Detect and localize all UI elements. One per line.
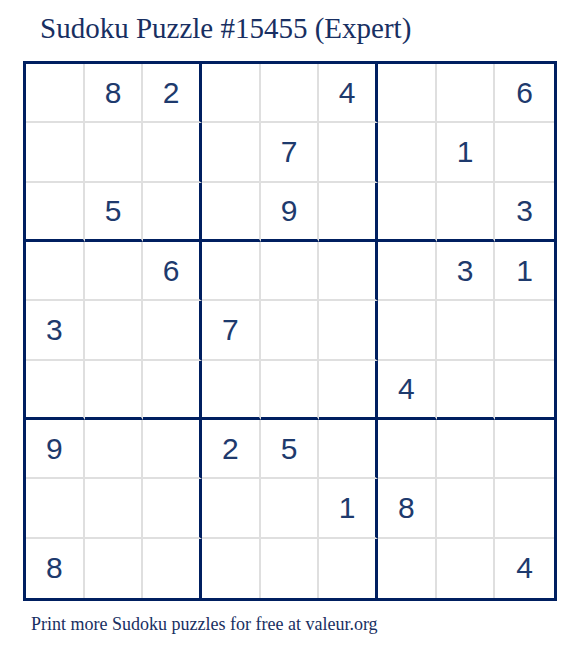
sudoku-cell-r8c2[interactable] xyxy=(85,479,144,538)
sudoku-cell-r9c8[interactable] xyxy=(437,539,496,598)
sudoku-cell-r2c2[interactable] xyxy=(85,123,144,182)
sudoku-cell-r2c6[interactable] xyxy=(319,123,378,182)
sudoku-cell-r2c8[interactable]: 1 xyxy=(437,123,496,182)
sudoku-cell-r8c6[interactable]: 1 xyxy=(319,479,378,538)
sudoku-cell-r1c4[interactable] xyxy=(202,64,261,123)
sudoku-cell-r6c5[interactable] xyxy=(261,361,320,420)
sudoku-cell-r9c3[interactable] xyxy=(143,539,202,598)
sudoku-cell-r7c2[interactable] xyxy=(85,420,144,479)
sudoku-cell-r2c7[interactable] xyxy=(378,123,437,182)
sudoku-cell-r9c9[interactable]: 4 xyxy=(495,539,554,598)
sudoku-cell-r6c2[interactable] xyxy=(85,361,144,420)
sudoku-cell-r4c7[interactable] xyxy=(378,242,437,301)
sudoku-cell-r1c2[interactable]: 8 xyxy=(85,64,144,123)
sudoku-cell-r5c9[interactable] xyxy=(495,301,554,360)
sudoku-cell-r3c6[interactable] xyxy=(319,183,378,242)
sudoku-cell-r3c9[interactable]: 3 xyxy=(495,183,554,242)
sudoku-board: 8246715936313749251884 xyxy=(23,61,557,601)
footer-text: Print more Sudoku puzzles for free at va… xyxy=(31,614,378,635)
sudoku-cell-r2c9[interactable] xyxy=(495,123,554,182)
sudoku-cell-r1c8[interactable] xyxy=(437,64,496,123)
sudoku-cell-r5c5[interactable] xyxy=(261,301,320,360)
sudoku-cell-r5c7[interactable] xyxy=(378,301,437,360)
sudoku-cell-r6c6[interactable] xyxy=(319,361,378,420)
sudoku-cell-r8c1[interactable] xyxy=(26,479,85,538)
sudoku-cell-r2c5[interactable]: 7 xyxy=(261,123,320,182)
sudoku-cell-r4c5[interactable] xyxy=(261,242,320,301)
sudoku-cell-r8c4[interactable] xyxy=(202,479,261,538)
sudoku-cell-r8c7[interactable]: 8 xyxy=(378,479,437,538)
sudoku-cell-r3c1[interactable] xyxy=(26,183,85,242)
sudoku-cell-r8c3[interactable] xyxy=(143,479,202,538)
sudoku-cell-r5c8[interactable] xyxy=(437,301,496,360)
sudoku-cell-r4c2[interactable] xyxy=(85,242,144,301)
sudoku-cell-r7c1[interactable]: 9 xyxy=(26,420,85,479)
sudoku-cell-r1c7[interactable] xyxy=(378,64,437,123)
sudoku-cell-r9c7[interactable] xyxy=(378,539,437,598)
sudoku-cell-r5c2[interactable] xyxy=(85,301,144,360)
sudoku-cell-r5c6[interactable] xyxy=(319,301,378,360)
sudoku-cell-r1c9[interactable]: 6 xyxy=(495,64,554,123)
sudoku-cell-r3c5[interactable]: 9 xyxy=(261,183,320,242)
sudoku-cell-r8c8[interactable] xyxy=(437,479,496,538)
sudoku-cell-r2c3[interactable] xyxy=(143,123,202,182)
sudoku-cell-r1c5[interactable] xyxy=(261,64,320,123)
sudoku-cell-r8c5[interactable] xyxy=(261,479,320,538)
sudoku-cell-r2c1[interactable] xyxy=(26,123,85,182)
sudoku-cell-r3c4[interactable] xyxy=(202,183,261,242)
sudoku-cell-r4c1[interactable] xyxy=(26,242,85,301)
sudoku-cell-r7c8[interactable] xyxy=(437,420,496,479)
sudoku-page: Sudoku Puzzle #15455 (Expert) 8246715936… xyxy=(0,0,580,651)
sudoku-cell-r2c4[interactable] xyxy=(202,123,261,182)
sudoku-cell-r3c7[interactable] xyxy=(378,183,437,242)
sudoku-cell-r7c6[interactable] xyxy=(319,420,378,479)
sudoku-cell-r7c5[interactable]: 5 xyxy=(261,420,320,479)
sudoku-cell-r5c3[interactable] xyxy=(143,301,202,360)
sudoku-cell-r6c3[interactable] xyxy=(143,361,202,420)
sudoku-cell-r3c8[interactable] xyxy=(437,183,496,242)
sudoku-cell-r9c4[interactable] xyxy=(202,539,261,598)
sudoku-cell-r9c1[interactable]: 8 xyxy=(26,539,85,598)
sudoku-cell-r9c5[interactable] xyxy=(261,539,320,598)
sudoku-cell-r7c9[interactable] xyxy=(495,420,554,479)
sudoku-cell-r6c4[interactable] xyxy=(202,361,261,420)
page-title: Sudoku Puzzle #15455 (Expert) xyxy=(40,12,411,45)
sudoku-cell-r5c4[interactable]: 7 xyxy=(202,301,261,360)
sudoku-cell-r1c3[interactable]: 2 xyxy=(143,64,202,123)
sudoku-cell-r6c8[interactable] xyxy=(437,361,496,420)
sudoku-cell-r4c6[interactable] xyxy=(319,242,378,301)
sudoku-cell-r1c6[interactable]: 4 xyxy=(319,64,378,123)
sudoku-cell-r5c1[interactable]: 3 xyxy=(26,301,85,360)
sudoku-cell-r6c1[interactable] xyxy=(26,361,85,420)
sudoku-cell-r7c7[interactable] xyxy=(378,420,437,479)
sudoku-cell-r6c9[interactable] xyxy=(495,361,554,420)
sudoku-cell-r7c3[interactable] xyxy=(143,420,202,479)
sudoku-cell-r3c2[interactable]: 5 xyxy=(85,183,144,242)
sudoku-cell-r4c9[interactable]: 1 xyxy=(495,242,554,301)
sudoku-cell-r4c3[interactable]: 6 xyxy=(143,242,202,301)
sudoku-cell-r8c9[interactable] xyxy=(495,479,554,538)
sudoku-cell-r1c1[interactable] xyxy=(26,64,85,123)
sudoku-cell-r7c4[interactable]: 2 xyxy=(202,420,261,479)
sudoku-cell-r4c8[interactable]: 3 xyxy=(437,242,496,301)
sudoku-cell-r6c7[interactable]: 4 xyxy=(378,361,437,420)
sudoku-cell-r4c4[interactable] xyxy=(202,242,261,301)
sudoku-cell-r9c2[interactable] xyxy=(85,539,144,598)
sudoku-cell-r9c6[interactable] xyxy=(319,539,378,598)
sudoku-cell-r3c3[interactable] xyxy=(143,183,202,242)
